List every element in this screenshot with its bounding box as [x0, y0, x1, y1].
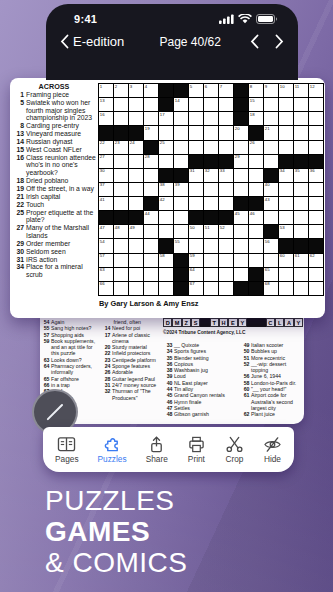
grid-cell	[219, 98, 233, 111]
clue-column-down-3: 49Italian scooter50Bubbles up51More ecce…	[243, 342, 303, 418]
grid-cell: 2	[114, 84, 128, 97]
clue-item: 30Seldom seen	[16, 248, 96, 256]
black-cell	[159, 239, 173, 252]
grid-cell	[279, 112, 293, 125]
black-cell	[174, 282, 188, 295]
grid-cell: 54	[99, 239, 113, 252]
copyright: ©2024 Tribune Content Agency, LLC	[163, 330, 245, 336]
toolbar-puzzles-button[interactable]: Puzzles	[98, 436, 127, 464]
battery-icon	[256, 14, 278, 24]
toolbar-print-label: Print	[188, 454, 205, 464]
toolbar-crop-label: Crop	[225, 454, 243, 464]
grid-cell: 53	[279, 225, 293, 238]
back-button[interactable]: E-edition	[60, 34, 124, 49]
clue-item: 59Book supplements, and an apt title for…	[43, 338, 102, 357]
grid-cell	[219, 282, 233, 295]
byline: By Gary Larson & Amy Ensz	[99, 299, 199, 308]
toolbar-print-button[interactable]: Print	[187, 436, 206, 464]
grid-cell	[219, 126, 233, 139]
grid-cell	[264, 211, 278, 224]
black-cell	[249, 197, 263, 210]
grid-cell: 13	[99, 98, 113, 111]
nav-bar: E-edition Page 40/62	[46, 34, 298, 49]
grid-cell	[264, 98, 278, 111]
grid-cell: 14	[174, 98, 188, 111]
black-cell	[309, 239, 323, 252]
grid-cell: 65	[264, 268, 278, 281]
grid-cell: 25	[159, 141, 173, 154]
grid-cell	[309, 141, 323, 154]
grid-cell: 50	[189, 225, 203, 238]
toolbar-puzzles-label: Puzzles	[98, 454, 127, 464]
grid-cell	[219, 112, 233, 125]
grid-cell	[204, 141, 218, 154]
clue-item: 1Framing piece	[16, 91, 96, 99]
black-cell	[279, 155, 293, 168]
grid-cell: 44	[144, 211, 158, 224]
black-cell	[219, 155, 233, 168]
grid-cell	[114, 197, 128, 210]
grid-cell	[294, 211, 308, 224]
grid-cell	[204, 282, 218, 295]
solution-letter-cell: C	[266, 318, 275, 327]
grid-cell	[144, 183, 158, 196]
black-cell	[114, 126, 128, 139]
solution-black-cell	[200, 318, 209, 327]
crossword-grid: 1234567891011121314151617181920212223242…	[98, 83, 324, 296]
solution-letter-cell: S	[191, 318, 200, 327]
grid-cell: 37	[99, 183, 113, 196]
clue-item: 17Arlene of classic cinema	[104, 332, 162, 345]
grid-cell	[189, 141, 203, 154]
grid-cell	[309, 98, 323, 111]
grid-cell: 52	[219, 225, 233, 238]
grid-cell	[279, 211, 293, 224]
back-label: E-edition	[73, 34, 124, 49]
status-bar: 9:41	[46, 4, 298, 25]
grid-cell	[294, 112, 308, 125]
grid-cell: 16	[99, 112, 113, 125]
grid-cell	[174, 197, 188, 210]
grid-cell	[144, 239, 158, 252]
grid-cell	[159, 211, 173, 224]
solution-letter-cell: Y	[294, 318, 303, 327]
grid-cell: 31	[189, 169, 203, 182]
grid-cell: 67	[189, 282, 203, 295]
clue-item: 21Irish capital	[16, 193, 96, 201]
grid-cell: 35	[294, 169, 308, 182]
black-cell	[129, 126, 143, 139]
grid-cell	[279, 197, 293, 210]
grid-cell	[219, 254, 233, 267]
grid-cell	[219, 239, 233, 252]
grid-cell: 8	[249, 84, 263, 97]
grid-cell: 68	[264, 282, 278, 295]
toolbar-share-button[interactable]: Share	[146, 436, 168, 464]
grid-cell: 20	[234, 126, 248, 139]
pages-icon	[57, 436, 76, 453]
grid-cell	[309, 126, 323, 139]
grid-cell	[219, 183, 233, 196]
grid-cell	[189, 197, 203, 210]
grid-cell	[294, 126, 308, 139]
black-cell	[234, 84, 248, 97]
grid-cell	[204, 239, 218, 252]
grid-cell	[309, 282, 323, 295]
grid-cell: 58	[159, 254, 173, 267]
grid-cell: 22	[99, 141, 113, 154]
grid-cell	[129, 183, 143, 196]
grid-cell: 28	[144, 155, 158, 168]
grid-cell: 64	[189, 268, 203, 281]
grid-cell: 18	[249, 112, 263, 125]
grid-cell: 36	[309, 169, 323, 182]
toolbar-pages-button[interactable]: Pages	[55, 436, 79, 464]
clue-column-down-1: friend, often 14Need for poi17Arlene of …	[104, 319, 162, 401]
grid-cell	[294, 98, 308, 111]
grid-cell: 55	[174, 239, 188, 252]
grid-cell	[144, 254, 158, 267]
black-cell	[99, 211, 113, 224]
black-cell	[129, 211, 143, 224]
grid-cell: 26	[249, 141, 263, 154]
across-header: ACROSS	[16, 83, 92, 91]
black-cell	[309, 155, 323, 168]
grid-cell	[204, 268, 218, 281]
grid-cell: 21	[264, 126, 278, 139]
grid-cell	[129, 268, 143, 281]
grid-cell: 42	[159, 197, 173, 210]
grid-cell: 24	[129, 141, 143, 154]
grid-cell: 59	[189, 254, 203, 267]
clue-column-down-2: 33__ Quixote34Sports figures35Blender se…	[166, 342, 240, 418]
black-cell	[189, 155, 203, 168]
promo-text: PUZZLES GAMES & COMICS	[45, 485, 187, 578]
grid-cell	[294, 183, 308, 196]
black-cell	[99, 126, 113, 139]
grid-cell	[114, 98, 128, 111]
grid-cell	[219, 268, 233, 281]
grid-cell	[249, 239, 263, 252]
black-cell	[219, 211, 233, 224]
grid-cell	[174, 211, 188, 224]
grid-cell	[174, 141, 188, 154]
solution-letter-cell: H	[219, 318, 228, 327]
solution-letter-cell: Z	[182, 318, 191, 327]
grid-cell: 43	[264, 197, 278, 210]
crossword-panel[interactable]: ACROSS 1Framing piece5Swiatek who won he…	[10, 78, 325, 318]
grid-cell	[159, 282, 173, 295]
phone-status-header: 9:41 E-edition	[46, 4, 298, 80]
grid-cell	[309, 211, 323, 224]
grid-cell: 1	[99, 84, 113, 97]
grid-cell	[279, 268, 293, 281]
grid-cell: 62	[309, 254, 323, 267]
grid-cell	[189, 126, 203, 139]
black-cell	[279, 239, 293, 252]
black-cell	[174, 254, 188, 267]
black-cell	[294, 155, 308, 168]
black-cell	[174, 268, 188, 281]
black-cell	[294, 239, 308, 252]
grid-cell	[189, 183, 203, 196]
across-clue-list: 1Framing piece5Swiatek who won her fourt…	[16, 91, 96, 279]
grid-cell: 47	[99, 225, 113, 238]
grid-cell	[114, 169, 128, 182]
grid-cell: 33	[219, 169, 233, 182]
promo-line-2: GAMES	[45, 516, 187, 547]
wifi-icon	[238, 14, 252, 24]
grid-cell	[129, 169, 143, 182]
promo-line-3: & COMICS	[45, 547, 187, 578]
clue-item: 48Gibson garnish	[166, 411, 240, 417]
clue-item: 5Swiatek who won her fourth major single…	[16, 99, 96, 123]
bottom-toolbar: Pages Puzzles Share Print Crop	[43, 427, 294, 472]
grid-cell	[309, 225, 323, 238]
across-clues-section: ACROSS 1Framing piece5Swiatek who won he…	[16, 83, 96, 314]
solution-letter-cell: Y	[238, 318, 247, 327]
black-cell	[159, 98, 173, 111]
prev-page-chevron-icon[interactable]	[250, 34, 259, 49]
grid-cell	[204, 112, 218, 125]
black-cell	[234, 197, 248, 210]
grid-cell	[129, 239, 143, 252]
grid-cell	[114, 254, 128, 267]
solution-letter-cell: M	[172, 318, 181, 327]
toolbar-hide-label: Hide	[264, 454, 281, 464]
page-indicator: Page 40/62	[124, 35, 250, 49]
grid-cell	[189, 112, 203, 125]
grid-cell: 12	[309, 84, 323, 97]
grid-cell: 23	[114, 141, 128, 154]
grid-cell: 30	[99, 169, 113, 182]
grid-cell	[234, 183, 248, 196]
grid-cell	[174, 225, 188, 238]
grid-cell	[249, 169, 263, 182]
grid-cell	[159, 225, 173, 238]
clue-item: 34Place for a mineral scrub	[16, 263, 96, 279]
clue-item: 62Plant juice	[243, 411, 303, 417]
grid-cell	[129, 197, 143, 210]
grid-cell	[294, 282, 308, 295]
grid-cell: 46	[249, 211, 263, 224]
scissors-icon	[225, 436, 244, 453]
clue-item: 16Class reunion attendee who's in no one…	[16, 154, 96, 178]
black-cell	[204, 211, 218, 224]
grid-cell	[114, 268, 128, 281]
grid-cell: 34	[279, 169, 293, 182]
black-cell	[249, 268, 263, 281]
toolbar-pages-label: Pages	[55, 454, 79, 464]
grid-cell	[249, 254, 263, 267]
toolbar-hide-button[interactable]: Hide	[263, 436, 282, 464]
grid-cell	[204, 98, 218, 111]
grid-cell	[279, 141, 293, 154]
toolbar-crop-button[interactable]: Crop	[225, 436, 244, 464]
black-cell	[189, 211, 203, 224]
grid-cell: 57	[99, 254, 113, 267]
grid-cell	[234, 141, 248, 154]
grid-cell	[114, 112, 128, 125]
clue-item: 32Thurman of "The Producers"	[104, 388, 162, 401]
grid-cell	[249, 183, 263, 196]
grid-cell	[279, 183, 293, 196]
black-cell	[144, 197, 158, 210]
grid-cell	[264, 254, 278, 267]
grid-cell: 17	[159, 112, 173, 125]
clue-item: 52__-wip: dessert topping	[243, 361, 303, 374]
grid-cell	[114, 183, 128, 196]
grid-cell	[219, 141, 233, 154]
grid-cell	[294, 268, 308, 281]
grid-cell	[279, 98, 293, 111]
grid-cell	[144, 282, 158, 295]
grid-cell	[204, 254, 218, 267]
grid-cell	[159, 155, 173, 168]
grid-cell: 10	[279, 84, 293, 97]
black-cell	[234, 282, 248, 295]
eye-off-icon	[263, 436, 282, 453]
grid-cell	[234, 169, 248, 182]
grid-cell: 6	[204, 84, 218, 97]
black-cell	[114, 211, 128, 224]
grid-cell	[249, 225, 263, 238]
grid-cell	[129, 98, 143, 111]
signal-icon	[219, 14, 234, 24]
next-page-chevron-icon[interactable]	[275, 34, 284, 49]
black-cell	[204, 155, 218, 168]
grid-cell: 7	[219, 84, 233, 97]
grid-cell: 51	[204, 225, 218, 238]
grid-cell	[264, 155, 278, 168]
grid-cell	[144, 225, 158, 238]
grid-cell: 49	[129, 225, 143, 238]
solution-letter-cell: D	[163, 318, 172, 327]
grid-cell	[129, 254, 143, 267]
black-cell	[144, 141, 158, 154]
grid-cell	[234, 225, 248, 238]
grid-cell: 56	[264, 239, 278, 252]
grid-cell	[144, 98, 158, 111]
grid-cell	[114, 155, 128, 168]
grid-cell	[309, 197, 323, 210]
clue-item: 8Carding pre-entry	[16, 122, 96, 130]
grid-cell	[279, 282, 293, 295]
black-cell	[249, 126, 263, 139]
grid-cell: 60	[279, 254, 293, 267]
print-icon	[187, 436, 206, 453]
grid-cell: 61	[294, 254, 308, 267]
clue-item: 64Pharmacy orders, informally	[43, 363, 102, 376]
puzzle-piece-icon	[103, 436, 122, 453]
clue-item: 22Touch	[16, 201, 96, 209]
black-cell	[234, 98, 248, 111]
pencil-icon	[46, 403, 63, 420]
grid-cell	[159, 268, 173, 281]
grid-cell	[309, 268, 323, 281]
clue-item: 15West Coast NFLer	[16, 146, 96, 154]
grid-cell: 9	[264, 84, 278, 97]
grid-cell	[189, 239, 203, 252]
grid-cell	[294, 141, 308, 154]
solution-letter-cell: E	[228, 318, 237, 327]
grid-cell	[234, 239, 248, 252]
grid-cell	[219, 197, 233, 210]
grid-cell: 45	[234, 211, 248, 224]
share-icon	[147, 436, 166, 453]
status-time: 9:41	[74, 13, 97, 25]
grid-cell: 5	[189, 84, 203, 97]
previous-solution-row: DMZSTHEYCLAY	[163, 318, 303, 327]
grid-cell	[204, 197, 218, 210]
grid-cell	[129, 282, 143, 295]
grid-cell	[234, 268, 248, 281]
grid-cell	[204, 126, 218, 139]
newspaper-page[interactable]: 54Again55Sang high notes?57Shopping aids…	[40, 312, 304, 424]
grid-cell: 48	[114, 225, 128, 238]
back-chevron-icon	[60, 34, 69, 49]
grid-cell	[174, 126, 188, 139]
grid-cell: 66	[99, 282, 113, 295]
grid-cell: 27	[99, 155, 113, 168]
grid-cell: 39	[174, 183, 188, 196]
grid-cell	[309, 183, 323, 196]
grid-cell	[144, 268, 158, 281]
black-cell	[159, 169, 173, 182]
clue-item: 19Off the street, in a way	[16, 185, 96, 193]
grid-cell	[264, 112, 278, 125]
grid-cell	[129, 112, 143, 125]
grid-cell: 11	[294, 84, 308, 97]
grid-cell	[159, 126, 173, 139]
grid-cell	[309, 112, 323, 125]
grid-cell	[204, 183, 218, 196]
grid-cell: 4	[144, 84, 158, 97]
black-cell	[159, 84, 173, 97]
clue-item: 29Order member	[16, 240, 96, 248]
grid-cell	[144, 112, 158, 125]
grid-cell: 32	[204, 169, 218, 182]
grid-cell: 29	[234, 155, 248, 168]
grid-cell	[189, 98, 203, 111]
grid-cell	[144, 169, 158, 182]
solution-letter-cell: L	[275, 318, 284, 327]
solution-letter-cell: A	[284, 318, 293, 327]
solution-black-cell	[256, 318, 265, 327]
black-cell	[249, 282, 263, 295]
clue-item: 31IRS action	[16, 256, 96, 264]
grid-cell	[174, 112, 188, 125]
grid-cell	[129, 155, 143, 168]
solution-letter-cell: T	[210, 318, 219, 327]
grid-cell: 41	[99, 197, 113, 210]
grid-cell: 15	[249, 98, 263, 111]
grid-cell: 63	[99, 268, 113, 281]
grid-cell	[114, 282, 128, 295]
grid-cell: 3	[129, 84, 143, 97]
black-cell	[234, 112, 248, 125]
grid-cell	[294, 197, 308, 210]
clue-item: 27Many of the Marshall Islands	[16, 224, 96, 240]
black-cell	[264, 225, 278, 238]
grid-cell	[294, 225, 308, 238]
black-cell	[264, 169, 278, 182]
grid-cell	[264, 141, 278, 154]
black-cell	[174, 84, 188, 97]
promo-line-1: PUZZLES	[45, 485, 187, 516]
grid-cell: 38	[159, 183, 173, 196]
black-cell	[174, 169, 188, 182]
